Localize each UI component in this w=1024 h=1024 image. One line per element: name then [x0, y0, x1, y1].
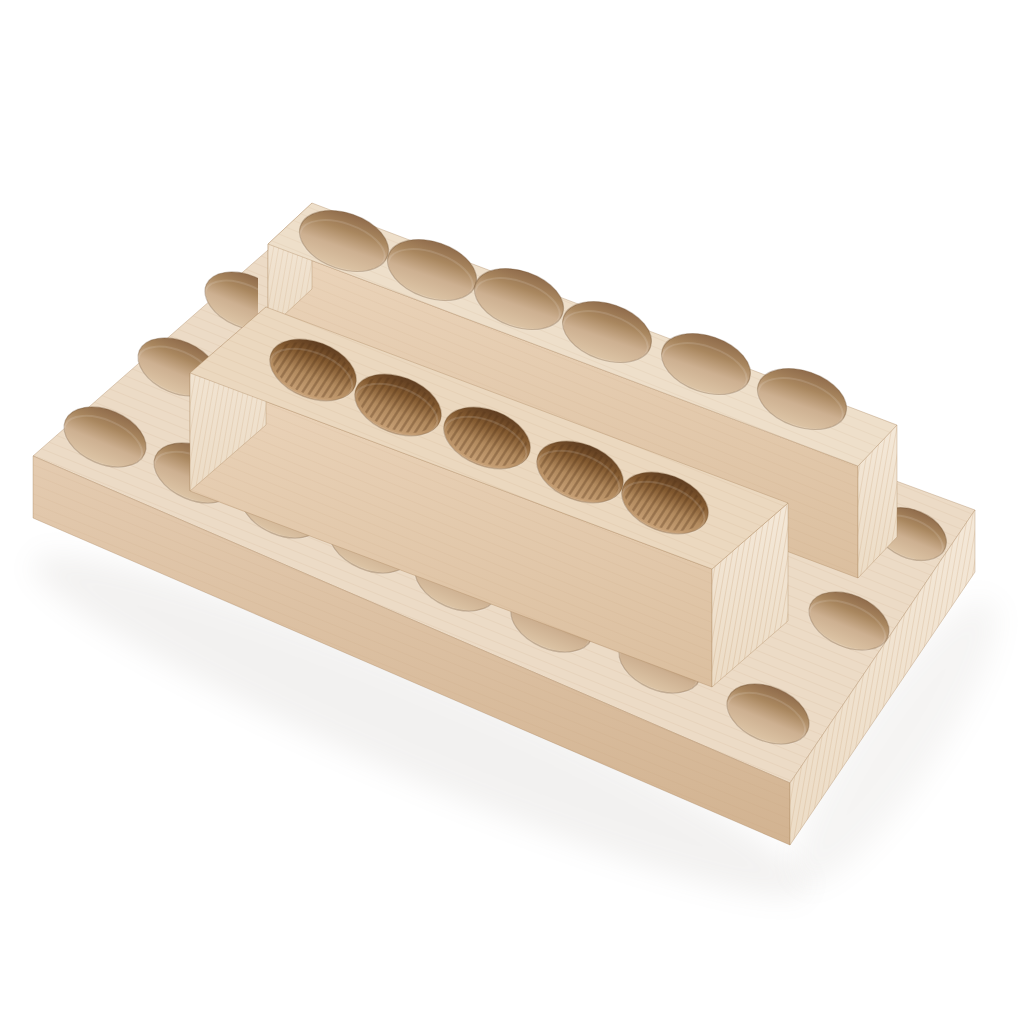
wood-rack-photo [0, 0, 1024, 1024]
product-photo-stage [0, 0, 1024, 1024]
three-tier-pit-board-scene [0, 0, 1024, 1024]
